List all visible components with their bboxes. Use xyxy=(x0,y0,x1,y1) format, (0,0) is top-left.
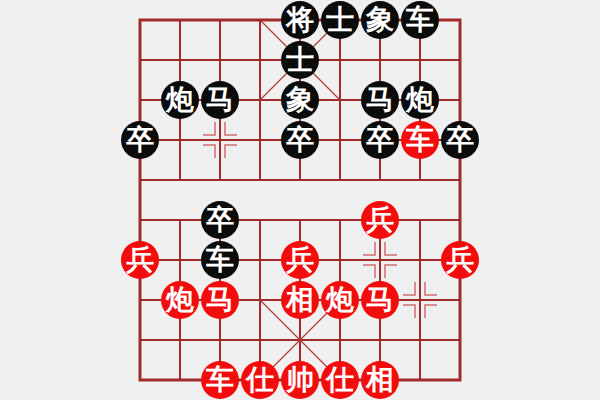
point-marker-corner xyxy=(403,282,416,296)
piece-red-soldier[interactable]: 兵 xyxy=(361,201,399,239)
point-marker-corner xyxy=(363,242,376,256)
piece-red-elephant[interactable]: 相 xyxy=(281,281,319,319)
piece-red-elephant[interactable]: 相 xyxy=(361,361,399,399)
point-marker-corner xyxy=(384,242,397,256)
piece-black-elephant[interactable]: 象 xyxy=(281,81,319,119)
point-marker-corner xyxy=(403,304,416,318)
point-marker-corner xyxy=(424,304,437,318)
piece-red-horse[interactable]: 马 xyxy=(201,281,239,319)
piece-black-advisor[interactable]: 士 xyxy=(281,41,319,79)
piece-black-chariot[interactable]: 车 xyxy=(401,1,439,39)
point-marker-corner xyxy=(424,282,437,296)
xiangqi-board: 将士象车士炮马象马炮卒卒卒车卒卒兵兵车兵兵炮马相炮马车仕帅仕相 xyxy=(0,0,600,400)
point-marker xyxy=(200,120,240,160)
piece-black-soldier[interactable]: 卒 xyxy=(441,121,479,159)
piece-red-soldier[interactable]: 兵 xyxy=(441,241,479,279)
board-cells: 将士象车士炮马象马炮卒卒卒车卒卒兵兵车兵兵炮马相炮马车仕帅仕相 xyxy=(120,0,480,400)
point-marker-corner xyxy=(384,264,397,278)
piece-red-soldier[interactable]: 兵 xyxy=(121,241,159,279)
piece-black-chariot[interactable]: 车 xyxy=(201,241,239,279)
point-marker xyxy=(400,280,440,320)
point-marker-corner xyxy=(203,144,216,158)
piece-black-general[interactable]: 将 xyxy=(281,1,319,39)
piece-red-chariot[interactable]: 车 xyxy=(401,121,439,159)
piece-black-soldier[interactable]: 卒 xyxy=(361,121,399,159)
point-marker-corner xyxy=(224,144,237,158)
piece-black-soldier[interactable]: 卒 xyxy=(121,121,159,159)
piece-black-cannon[interactable]: 炮 xyxy=(161,81,199,119)
piece-black-horse[interactable]: 马 xyxy=(361,81,399,119)
point-marker-corner xyxy=(203,122,216,136)
point-marker xyxy=(360,240,400,280)
piece-black-elephant[interactable]: 象 xyxy=(361,1,399,39)
point-marker-corner xyxy=(224,122,237,136)
point-marker-corner xyxy=(363,264,376,278)
piece-black-horse[interactable]: 马 xyxy=(201,81,239,119)
piece-red-horse[interactable]: 马 xyxy=(361,281,399,319)
piece-black-cannon[interactable]: 炮 xyxy=(401,81,439,119)
piece-red-general[interactable]: 帅 xyxy=(281,361,319,399)
piece-red-advisor[interactable]: 仕 xyxy=(241,361,279,399)
piece-red-cannon[interactable]: 炮 xyxy=(321,281,359,319)
piece-black-soldier[interactable]: 卒 xyxy=(281,121,319,159)
piece-red-cannon[interactable]: 炮 xyxy=(161,281,199,319)
piece-red-advisor[interactable]: 仕 xyxy=(321,361,359,399)
piece-red-soldier[interactable]: 兵 xyxy=(281,241,319,279)
piece-black-advisor[interactable]: 士 xyxy=(321,1,359,39)
piece-red-chariot[interactable]: 车 xyxy=(201,361,239,399)
piece-black-soldier[interactable]: 卒 xyxy=(201,201,239,239)
